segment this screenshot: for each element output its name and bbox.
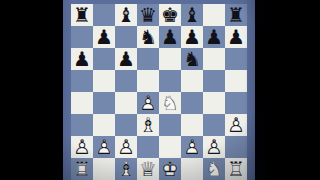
piece-black-bishop: ♝ bbox=[115, 4, 137, 26]
square-a2[interactable]: ♟♙ bbox=[71, 136, 93, 158]
piece-black-queen: ♛ bbox=[137, 4, 159, 26]
square-g4[interactable] bbox=[203, 92, 225, 114]
square-e3[interactable] bbox=[159, 114, 181, 136]
square-b3[interactable] bbox=[93, 114, 115, 136]
piece-black-pawn: ♟ bbox=[203, 26, 225, 48]
square-f6[interactable]: ♞ bbox=[181, 48, 203, 70]
piece-black-knight: ♞ bbox=[137, 26, 159, 48]
square-h4[interactable] bbox=[225, 92, 247, 114]
video-frame: ♜♝♛♚♝♜♟♞♟♟♟♟♟♟♞♟♙♞♘♝♗♟♙♟♙♟♙♟♙♟♙♟♙♜♖♝♗♛♕♚… bbox=[0, 0, 320, 180]
piece-black-rook: ♜ bbox=[225, 4, 247, 26]
square-c2[interactable]: ♟♙ bbox=[115, 136, 137, 158]
square-d3[interactable]: ♝♗ bbox=[137, 114, 159, 136]
piece-white-pawn: ♟♙ bbox=[181, 136, 203, 158]
piece-white-pawn: ♟♙ bbox=[225, 114, 247, 136]
square-g1[interactable]: ♞♘ bbox=[203, 158, 225, 180]
square-f8[interactable]: ♝ bbox=[181, 4, 203, 26]
square-c5[interactable] bbox=[115, 70, 137, 92]
piece-black-knight: ♞ bbox=[181, 48, 203, 70]
chess-board: ♜♝♛♚♝♜♟♞♟♟♟♟♟♟♞♟♙♞♘♝♗♟♙♟♙♟♙♟♙♟♙♟♙♜♖♝♗♛♕♚… bbox=[63, 0, 255, 180]
square-e8[interactable]: ♚ bbox=[159, 4, 181, 26]
square-b8[interactable] bbox=[93, 4, 115, 26]
piece-white-pawn: ♟♙ bbox=[137, 92, 159, 114]
square-h5[interactable] bbox=[225, 70, 247, 92]
square-d8[interactable]: ♛ bbox=[137, 4, 159, 26]
square-a3[interactable] bbox=[71, 114, 93, 136]
square-g2[interactable]: ♟♙ bbox=[203, 136, 225, 158]
square-c8[interactable]: ♝ bbox=[115, 4, 137, 26]
square-h1[interactable]: ♜♖ bbox=[225, 158, 247, 180]
square-e1[interactable]: ♚♔ bbox=[159, 158, 181, 180]
square-d1[interactable]: ♛♕ bbox=[137, 158, 159, 180]
square-d6[interactable] bbox=[137, 48, 159, 70]
square-g7[interactable]: ♟ bbox=[203, 26, 225, 48]
piece-white-pawn: ♟♙ bbox=[71, 136, 93, 158]
square-e5[interactable] bbox=[159, 70, 181, 92]
square-b7[interactable]: ♟ bbox=[93, 26, 115, 48]
piece-white-bishop: ♝♗ bbox=[115, 158, 137, 180]
piece-black-pawn: ♟ bbox=[181, 26, 203, 48]
square-h6[interactable] bbox=[225, 48, 247, 70]
square-c6[interactable]: ♟ bbox=[115, 48, 137, 70]
square-a8[interactable]: ♜ bbox=[71, 4, 93, 26]
piece-white-knight: ♞♘ bbox=[203, 158, 225, 180]
square-h7[interactable]: ♟ bbox=[225, 26, 247, 48]
letterbox-left bbox=[0, 0, 63, 180]
square-b6[interactable] bbox=[93, 48, 115, 70]
square-e6[interactable] bbox=[159, 48, 181, 70]
piece-black-pawn: ♟ bbox=[225, 26, 247, 48]
square-f2[interactable]: ♟♙ bbox=[181, 136, 203, 158]
piece-white-bishop: ♝♗ bbox=[137, 114, 159, 136]
square-f3[interactable] bbox=[181, 114, 203, 136]
square-a5[interactable] bbox=[71, 70, 93, 92]
square-b4[interactable] bbox=[93, 92, 115, 114]
piece-white-pawn: ♟♙ bbox=[93, 136, 115, 158]
square-f5[interactable] bbox=[181, 70, 203, 92]
square-c4[interactable] bbox=[115, 92, 137, 114]
letterbox-right bbox=[255, 0, 320, 180]
square-a7[interactable] bbox=[71, 26, 93, 48]
square-b2[interactable]: ♟♙ bbox=[93, 136, 115, 158]
square-c3[interactable] bbox=[115, 114, 137, 136]
piece-black-pawn: ♟ bbox=[93, 26, 115, 48]
piece-black-king: ♚ bbox=[159, 4, 181, 26]
square-g8[interactable] bbox=[203, 4, 225, 26]
square-a4[interactable] bbox=[71, 92, 93, 114]
square-b5[interactable] bbox=[93, 70, 115, 92]
square-g5[interactable] bbox=[203, 70, 225, 92]
square-d7[interactable]: ♞ bbox=[137, 26, 159, 48]
square-e7[interactable]: ♟ bbox=[159, 26, 181, 48]
square-f4[interactable] bbox=[181, 92, 203, 114]
square-d2[interactable] bbox=[137, 136, 159, 158]
piece-white-rook: ♜♖ bbox=[225, 158, 247, 180]
piece-black-pawn: ♟ bbox=[71, 48, 93, 70]
piece-black-pawn: ♟ bbox=[159, 26, 181, 48]
square-g3[interactable] bbox=[203, 114, 225, 136]
square-d4[interactable]: ♟♙ bbox=[137, 92, 159, 114]
piece-white-knight: ♞♘ bbox=[159, 92, 181, 114]
piece-white-king: ♚♔ bbox=[159, 158, 181, 180]
square-f7[interactable]: ♟ bbox=[181, 26, 203, 48]
square-a6[interactable]: ♟ bbox=[71, 48, 93, 70]
square-g6[interactable] bbox=[203, 48, 225, 70]
square-c7[interactable] bbox=[115, 26, 137, 48]
square-a1[interactable]: ♜♖ bbox=[71, 158, 93, 180]
piece-black-pawn: ♟ bbox=[115, 48, 137, 70]
square-h3[interactable]: ♟♙ bbox=[225, 114, 247, 136]
square-b1[interactable] bbox=[93, 158, 115, 180]
piece-black-rook: ♜ bbox=[71, 4, 93, 26]
piece-white-pawn: ♟♙ bbox=[115, 136, 137, 158]
piece-white-queen: ♛♕ bbox=[137, 158, 159, 180]
square-c1[interactable]: ♝♗ bbox=[115, 158, 137, 180]
square-e4[interactable]: ♞♘ bbox=[159, 92, 181, 114]
piece-white-rook: ♜♖ bbox=[71, 158, 93, 180]
square-f1[interactable] bbox=[181, 158, 203, 180]
square-h8[interactable]: ♜ bbox=[225, 4, 247, 26]
square-h2[interactable] bbox=[225, 136, 247, 158]
square-e2[interactable] bbox=[159, 136, 181, 158]
piece-black-bishop: ♝ bbox=[181, 4, 203, 26]
square-d5[interactable] bbox=[137, 70, 159, 92]
piece-white-pawn: ♟♙ bbox=[203, 136, 225, 158]
